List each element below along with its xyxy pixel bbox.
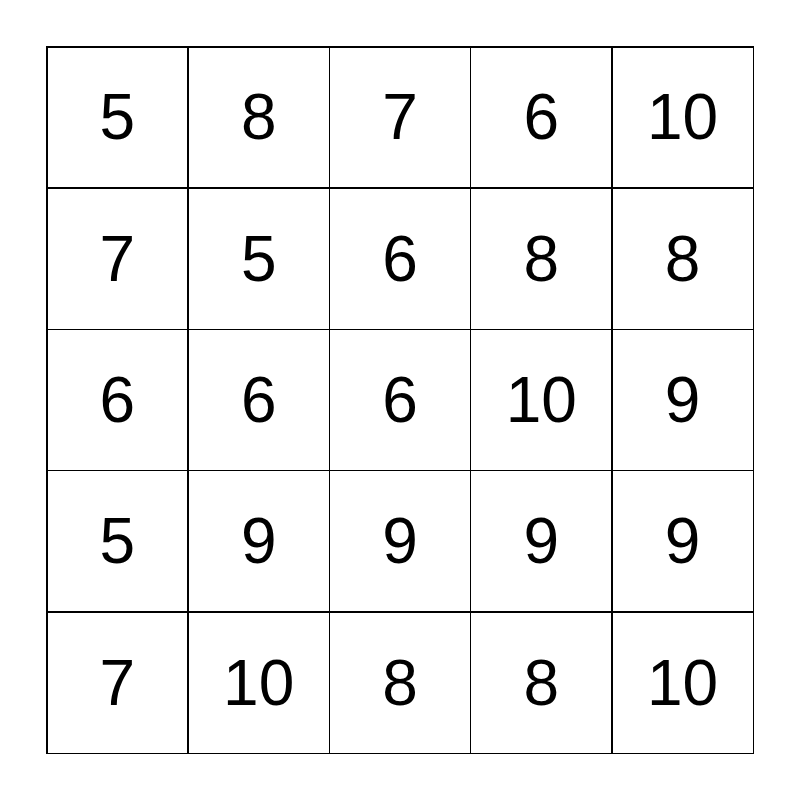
grid-cell[interactable]: 8 — [471, 189, 611, 329]
grid-cell[interactable]: 7 — [48, 613, 188, 753]
grid-cell[interactable]: 6 — [330, 189, 470, 329]
grid-cell[interactable]: 9 — [613, 471, 753, 611]
grid-cell[interactable]: 5 — [189, 189, 329, 329]
grid-cell[interactable]: 7 — [48, 189, 188, 329]
grid-cell[interactable]: 9 — [189, 471, 329, 611]
grid-cell[interactable]: 6 — [48, 330, 188, 470]
grid-cell[interactable]: 6 — [330, 330, 470, 470]
bingo-card: 5 8 7 6 10 7 5 6 8 8 6 6 6 10 9 5 9 9 9 … — [46, 46, 754, 754]
grid-cell[interactable]: 10 — [471, 330, 611, 470]
grid-cell[interactable]: 6 — [189, 330, 329, 470]
grid-cell[interactable]: 10 — [189, 613, 329, 753]
number-grid: 5 8 7 6 10 7 5 6 8 8 6 6 6 10 9 5 9 9 9 … — [46, 46, 754, 754]
grid-cell[interactable]: 6 — [471, 48, 611, 188]
grid-cell[interactable]: 10 — [613, 48, 753, 188]
grid-cell[interactable]: 5 — [48, 48, 188, 188]
grid-cell[interactable]: 9 — [471, 471, 611, 611]
grid-cell[interactable]: 8 — [189, 48, 329, 188]
grid-cell[interactable]: 8 — [613, 189, 753, 329]
grid-cell[interactable]: 9 — [330, 471, 470, 611]
grid-cell[interactable]: 8 — [471, 613, 611, 753]
grid-cell[interactable]: 9 — [613, 330, 753, 470]
grid-cell[interactable]: 8 — [330, 613, 470, 753]
grid-cell[interactable]: 5 — [48, 471, 188, 611]
grid-cell[interactable]: 10 — [613, 613, 753, 753]
grid-cell[interactable]: 7 — [330, 48, 470, 188]
